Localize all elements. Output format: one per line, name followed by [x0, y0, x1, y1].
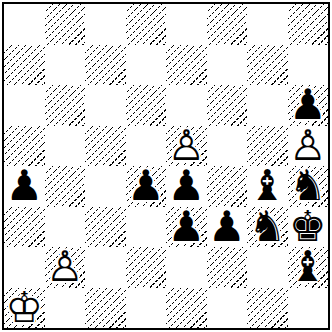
square-d1[interactable] [126, 288, 167, 329]
square-h3[interactable]: ♚♚ [288, 207, 329, 248]
square-a7[interactable] [4, 45, 45, 86]
square-h8[interactable] [288, 4, 329, 45]
piece-glyph: ♝ [288, 247, 329, 288]
square-g4[interactable]: ♝♝ [247, 166, 288, 207]
square-f8[interactable] [207, 4, 248, 45]
square-e7[interactable] [166, 45, 207, 86]
piece-glyph: ♔ [4, 288, 45, 329]
square-b4[interactable] [45, 166, 86, 207]
square-a4[interactable]: ♟♟ [4, 166, 45, 207]
piece-black-knight[interactable]: ♞♞ [288, 166, 329, 207]
piece-glyph: ♟ [126, 166, 167, 207]
square-g8[interactable] [247, 4, 288, 45]
square-e4[interactable]: ♟♟ [166, 166, 207, 207]
square-d3[interactable] [126, 207, 167, 248]
square-h1[interactable] [288, 288, 329, 329]
square-a8[interactable] [4, 4, 45, 45]
square-c8[interactable] [85, 4, 126, 45]
square-a6[interactable] [4, 85, 45, 126]
piece-glyph: ♙ [45, 247, 86, 288]
square-f4[interactable] [207, 166, 248, 207]
square-c1[interactable] [85, 288, 126, 329]
chess-board: ♟♟♟♙♟♙♟♟♟♟♟♟♝♝♞♞♟♟♟♟♞♞♚♚♟♙♝♝♚♔ [2, 2, 330, 330]
square-b6[interactable] [45, 85, 86, 126]
square-c5[interactable] [85, 126, 126, 167]
square-h2[interactable]: ♝♝ [288, 247, 329, 288]
square-g2[interactable] [247, 247, 288, 288]
piece-black-bishop[interactable]: ♝♝ [288, 247, 329, 288]
piece-white-pawn[interactable]: ♟♙ [288, 126, 329, 167]
piece-black-pawn[interactable]: ♟♟ [166, 207, 207, 248]
piece-glyph: ♟ [207, 207, 248, 248]
piece-black-knight[interactable]: ♞♞ [247, 207, 288, 248]
square-b5[interactable] [45, 126, 86, 167]
square-e6[interactable] [166, 85, 207, 126]
square-c7[interactable] [85, 45, 126, 86]
chess-diagram: ♟♟♟♙♟♙♟♟♟♟♟♟♝♝♞♞♟♟♟♟♞♞♚♚♟♙♝♝♚♔ [0, 0, 332, 332]
square-c6[interactable] [85, 85, 126, 126]
square-h4[interactable]: ♞♞ [288, 166, 329, 207]
piece-black-king[interactable]: ♚♚ [288, 207, 329, 248]
square-b7[interactable] [45, 45, 86, 86]
piece-glyph: ♙ [166, 126, 207, 167]
square-g7[interactable] [247, 45, 288, 86]
piece-black-pawn[interactable]: ♟♟ [288, 85, 329, 126]
square-b1[interactable] [45, 288, 86, 329]
square-d5[interactable] [126, 126, 167, 167]
piece-glyph: ♟ [4, 166, 45, 207]
square-c3[interactable] [85, 207, 126, 248]
square-f6[interactable] [207, 85, 248, 126]
piece-glyph: ♟ [166, 207, 207, 248]
piece-glyph: ♟ [288, 85, 329, 126]
piece-black-pawn[interactable]: ♟♟ [166, 166, 207, 207]
square-g1[interactable] [247, 288, 288, 329]
square-a3[interactable] [4, 207, 45, 248]
square-b2[interactable]: ♟♙ [45, 247, 86, 288]
square-a5[interactable] [4, 126, 45, 167]
square-e1[interactable] [166, 288, 207, 329]
square-h5[interactable]: ♟♙ [288, 126, 329, 167]
square-d7[interactable] [126, 45, 167, 86]
square-d2[interactable] [126, 247, 167, 288]
square-f7[interactable] [207, 45, 248, 86]
square-d8[interactable] [126, 4, 167, 45]
square-d4[interactable]: ♟♟ [126, 166, 167, 207]
piece-black-bishop[interactable]: ♝♝ [247, 166, 288, 207]
square-f2[interactable] [207, 247, 248, 288]
square-g6[interactable] [247, 85, 288, 126]
square-h6[interactable]: ♟♟ [288, 85, 329, 126]
square-g3[interactable]: ♞♞ [247, 207, 288, 248]
piece-white-pawn[interactable]: ♟♙ [166, 126, 207, 167]
square-e5[interactable]: ♟♙ [166, 126, 207, 167]
square-d6[interactable] [126, 85, 167, 126]
piece-glyph: ♝ [247, 166, 288, 207]
piece-glyph: ♙ [288, 126, 329, 167]
square-f1[interactable] [207, 288, 248, 329]
piece-glyph: ♞ [288, 166, 329, 207]
piece-black-pawn[interactable]: ♟♟ [126, 166, 167, 207]
piece-black-pawn[interactable]: ♟♟ [207, 207, 248, 248]
square-c4[interactable] [85, 166, 126, 207]
piece-white-pawn[interactable]: ♟♙ [45, 247, 86, 288]
square-h7[interactable] [288, 45, 329, 86]
square-a1[interactable]: ♚♔ [4, 288, 45, 329]
square-f3[interactable]: ♟♟ [207, 207, 248, 248]
square-f5[interactable] [207, 126, 248, 167]
piece-glyph: ♞ [247, 207, 288, 248]
square-a2[interactable] [4, 247, 45, 288]
square-g5[interactable] [247, 126, 288, 167]
square-b8[interactable] [45, 4, 86, 45]
square-e3[interactable]: ♟♟ [166, 207, 207, 248]
piece-white-king[interactable]: ♚♔ [4, 288, 45, 329]
piece-glyph: ♟ [166, 166, 207, 207]
piece-black-pawn[interactable]: ♟♟ [4, 166, 45, 207]
square-c2[interactable] [85, 247, 126, 288]
square-e8[interactable] [166, 4, 207, 45]
piece-glyph: ♚ [288, 207, 329, 248]
square-b3[interactable] [45, 207, 86, 248]
square-e2[interactable] [166, 247, 207, 288]
